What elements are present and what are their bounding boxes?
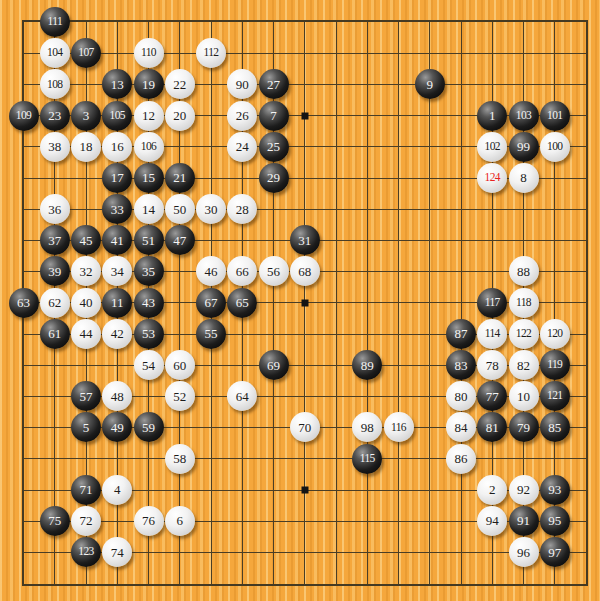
- intersection[interactable]: [258, 443, 289, 474]
- intersection[interactable]: 38: [39, 131, 70, 162]
- intersection[interactable]: 103: [508, 100, 539, 131]
- intersection[interactable]: [258, 412, 289, 443]
- intersection[interactable]: [320, 256, 351, 287]
- intersection[interactable]: [70, 194, 101, 225]
- intersection[interactable]: [195, 100, 226, 131]
- intersection[interactable]: 62: [39, 287, 70, 318]
- intersection[interactable]: [320, 349, 351, 380]
- intersection[interactable]: 117: [477, 287, 508, 318]
- intersection[interactable]: [414, 443, 445, 474]
- intersection[interactable]: 61: [39, 318, 70, 349]
- intersection[interactable]: 52: [164, 381, 195, 412]
- intersection[interactable]: 49: [102, 412, 133, 443]
- intersection[interactable]: 78: [477, 349, 508, 380]
- intersection[interactable]: [383, 225, 414, 256]
- intersection[interactable]: 77: [477, 381, 508, 412]
- intersection[interactable]: [133, 537, 164, 568]
- intersection[interactable]: [195, 131, 226, 162]
- intersection[interactable]: 7: [258, 100, 289, 131]
- intersection[interactable]: [320, 194, 351, 225]
- intersection[interactable]: [352, 131, 383, 162]
- intersection[interactable]: [8, 6, 39, 37]
- intersection[interactable]: [477, 225, 508, 256]
- intersection[interactable]: [8, 568, 39, 599]
- intersection[interactable]: [195, 505, 226, 536]
- intersection[interactable]: [570, 100, 600, 131]
- intersection[interactable]: [320, 505, 351, 536]
- intersection[interactable]: 97: [539, 537, 570, 568]
- intersection[interactable]: [414, 194, 445, 225]
- intersection[interactable]: [570, 537, 600, 568]
- intersection[interactable]: 72: [70, 505, 101, 536]
- intersection[interactable]: 118: [508, 287, 539, 318]
- intersection[interactable]: [102, 349, 133, 380]
- intersection[interactable]: [195, 412, 226, 443]
- intersection[interactable]: [289, 381, 320, 412]
- intersection[interactable]: 11: [102, 287, 133, 318]
- intersection[interactable]: 56: [258, 256, 289, 287]
- intersection[interactable]: [477, 194, 508, 225]
- intersection[interactable]: [445, 131, 476, 162]
- intersection[interactable]: 124: [477, 162, 508, 193]
- intersection[interactable]: [570, 412, 600, 443]
- intersection[interactable]: [383, 505, 414, 536]
- intersection[interactable]: 59: [133, 412, 164, 443]
- intersection[interactable]: [8, 38, 39, 69]
- intersection[interactable]: 65: [227, 287, 258, 318]
- intersection[interactable]: 18: [70, 131, 101, 162]
- intersection[interactable]: [539, 38, 570, 69]
- intersection[interactable]: [164, 474, 195, 505]
- intersection[interactable]: [477, 6, 508, 37]
- intersection[interactable]: [570, 505, 600, 536]
- intersection[interactable]: [352, 225, 383, 256]
- intersection[interactable]: 54: [133, 349, 164, 380]
- intersection[interactable]: [539, 194, 570, 225]
- intersection[interactable]: [445, 69, 476, 100]
- intersection[interactable]: [508, 443, 539, 474]
- intersection[interactable]: [539, 225, 570, 256]
- intersection[interactable]: 99: [508, 131, 539, 162]
- intersection[interactable]: 16: [102, 131, 133, 162]
- intersection[interactable]: [383, 131, 414, 162]
- intersection[interactable]: [289, 131, 320, 162]
- intersection[interactable]: [570, 349, 600, 380]
- intersection[interactable]: [289, 162, 320, 193]
- intersection[interactable]: 46: [195, 256, 226, 287]
- intersection[interactable]: [289, 505, 320, 536]
- intersection[interactable]: [195, 537, 226, 568]
- intersection[interactable]: 81: [477, 412, 508, 443]
- intersection[interactable]: [445, 225, 476, 256]
- intersection[interactable]: 69: [258, 349, 289, 380]
- intersection[interactable]: [414, 349, 445, 380]
- intersection[interactable]: [477, 443, 508, 474]
- intersection[interactable]: 21: [164, 162, 195, 193]
- intersection[interactable]: [258, 318, 289, 349]
- intersection[interactable]: [39, 443, 70, 474]
- intersection[interactable]: [8, 318, 39, 349]
- intersection[interactable]: [8, 474, 39, 505]
- intersection[interactable]: [383, 443, 414, 474]
- intersection[interactable]: 57: [70, 381, 101, 412]
- intersection[interactable]: [320, 412, 351, 443]
- intersection[interactable]: [227, 162, 258, 193]
- intersection[interactable]: [414, 162, 445, 193]
- intersection[interactable]: [570, 6, 600, 37]
- intersection[interactable]: 94: [477, 505, 508, 536]
- intersection[interactable]: [539, 568, 570, 599]
- intersection[interactable]: 45: [70, 225, 101, 256]
- intersection[interactable]: 82: [508, 349, 539, 380]
- intersection[interactable]: [164, 256, 195, 287]
- intersection[interactable]: [289, 100, 320, 131]
- intersection[interactable]: [8, 412, 39, 443]
- intersection[interactable]: [289, 6, 320, 37]
- intersection[interactable]: 121: [539, 381, 570, 412]
- intersection[interactable]: [70, 443, 101, 474]
- intersection[interactable]: [570, 69, 600, 100]
- intersection[interactable]: [383, 162, 414, 193]
- intersection[interactable]: [445, 162, 476, 193]
- intersection[interactable]: [258, 505, 289, 536]
- intersection[interactable]: [195, 568, 226, 599]
- intersection[interactable]: 70: [289, 412, 320, 443]
- intersection[interactable]: 71: [70, 474, 101, 505]
- intersection[interactable]: 26: [227, 100, 258, 131]
- intersection[interactable]: [258, 381, 289, 412]
- intersection[interactable]: [320, 443, 351, 474]
- intersection[interactable]: [320, 474, 351, 505]
- intersection[interactable]: [508, 568, 539, 599]
- intersection[interactable]: [8, 537, 39, 568]
- intersection[interactable]: 23: [39, 100, 70, 131]
- intersection[interactable]: 51: [133, 225, 164, 256]
- intersection[interactable]: [383, 537, 414, 568]
- intersection[interactable]: 67: [195, 287, 226, 318]
- intersection[interactable]: [39, 349, 70, 380]
- intersection[interactable]: [320, 225, 351, 256]
- intersection[interactable]: [320, 287, 351, 318]
- intersection[interactable]: 44: [70, 318, 101, 349]
- intersection[interactable]: 88: [508, 256, 539, 287]
- intersection[interactable]: 33: [102, 194, 133, 225]
- intersection[interactable]: 53: [133, 318, 164, 349]
- intersection[interactable]: 100: [539, 131, 570, 162]
- intersection[interactable]: [445, 505, 476, 536]
- intersection[interactable]: [195, 443, 226, 474]
- intersection[interactable]: [570, 256, 600, 287]
- intersection[interactable]: [477, 568, 508, 599]
- intersection[interactable]: [39, 162, 70, 193]
- intersection[interactable]: [445, 287, 476, 318]
- intersection[interactable]: 104: [39, 38, 70, 69]
- intersection[interactable]: 90: [227, 69, 258, 100]
- intersection[interactable]: 92: [508, 474, 539, 505]
- intersection[interactable]: 10: [508, 381, 539, 412]
- intersection[interactable]: [570, 38, 600, 69]
- intersection[interactable]: [8, 162, 39, 193]
- intersection[interactable]: 83: [445, 349, 476, 380]
- intersection[interactable]: [383, 194, 414, 225]
- intersection[interactable]: [352, 537, 383, 568]
- intersection[interactable]: [414, 537, 445, 568]
- intersection[interactable]: [8, 256, 39, 287]
- intersection[interactable]: [258, 225, 289, 256]
- intersection[interactable]: [289, 287, 320, 318]
- intersection[interactable]: [383, 568, 414, 599]
- intersection[interactable]: [258, 537, 289, 568]
- intersection[interactable]: 63: [8, 287, 39, 318]
- intersection[interactable]: [164, 318, 195, 349]
- intersection[interactable]: [258, 6, 289, 37]
- intersection[interactable]: [414, 131, 445, 162]
- intersection[interactable]: 122: [508, 318, 539, 349]
- intersection[interactable]: [227, 443, 258, 474]
- intersection[interactable]: 115: [352, 443, 383, 474]
- intersection[interactable]: 98: [352, 412, 383, 443]
- intersection[interactable]: 14: [133, 194, 164, 225]
- intersection[interactable]: [258, 474, 289, 505]
- intersection[interactable]: [352, 505, 383, 536]
- intersection[interactable]: 105: [102, 100, 133, 131]
- intersection[interactable]: 29: [258, 162, 289, 193]
- intersection[interactable]: [258, 38, 289, 69]
- intersection[interactable]: 86: [445, 443, 476, 474]
- intersection[interactable]: [320, 568, 351, 599]
- intersection[interactable]: [39, 568, 70, 599]
- intersection[interactable]: [414, 287, 445, 318]
- intersection[interactable]: 43: [133, 287, 164, 318]
- intersection[interactable]: [195, 162, 226, 193]
- intersection[interactable]: [164, 131, 195, 162]
- intersection[interactable]: 24: [227, 131, 258, 162]
- intersection[interactable]: [445, 537, 476, 568]
- intersection[interactable]: 48: [102, 381, 133, 412]
- intersection[interactable]: 109: [8, 100, 39, 131]
- intersection[interactable]: 76: [133, 505, 164, 536]
- intersection[interactable]: [39, 381, 70, 412]
- intersection[interactable]: [8, 505, 39, 536]
- intersection[interactable]: [539, 162, 570, 193]
- intersection[interactable]: [570, 131, 600, 162]
- intersection[interactable]: 28: [227, 194, 258, 225]
- intersection[interactable]: [227, 412, 258, 443]
- intersection[interactable]: 68: [289, 256, 320, 287]
- intersection[interactable]: 116: [383, 412, 414, 443]
- intersection[interactable]: [258, 287, 289, 318]
- intersection[interactable]: [195, 225, 226, 256]
- intersection[interactable]: [70, 349, 101, 380]
- intersection[interactable]: [414, 412, 445, 443]
- intersection[interactable]: 91: [508, 505, 539, 536]
- intersection[interactable]: 47: [164, 225, 195, 256]
- intersection[interactable]: [352, 287, 383, 318]
- intersection[interactable]: [383, 38, 414, 69]
- intersection[interactable]: 39: [39, 256, 70, 287]
- intersection[interactable]: [383, 100, 414, 131]
- intersection[interactable]: [445, 6, 476, 37]
- intersection[interactable]: [383, 318, 414, 349]
- go-board[interactable]: 1111041071101121081319229027910923310512…: [8, 6, 600, 599]
- intersection[interactable]: [445, 194, 476, 225]
- intersection[interactable]: [164, 38, 195, 69]
- intersection[interactable]: [320, 100, 351, 131]
- intersection[interactable]: 42: [102, 318, 133, 349]
- intersection[interactable]: [352, 256, 383, 287]
- intersection[interactable]: [39, 474, 70, 505]
- intersection[interactable]: 102: [477, 131, 508, 162]
- intersection[interactable]: [195, 349, 226, 380]
- intersection[interactable]: 22: [164, 69, 195, 100]
- intersection[interactable]: 3: [70, 100, 101, 131]
- intersection[interactable]: 106: [133, 131, 164, 162]
- intersection[interactable]: [8, 131, 39, 162]
- intersection[interactable]: [227, 568, 258, 599]
- intersection[interactable]: [39, 412, 70, 443]
- intersection[interactable]: 13: [102, 69, 133, 100]
- intersection[interactable]: [414, 474, 445, 505]
- intersection[interactable]: 19: [133, 69, 164, 100]
- intersection[interactable]: [227, 6, 258, 37]
- intersection[interactable]: [8, 194, 39, 225]
- intersection[interactable]: [70, 568, 101, 599]
- intersection[interactable]: 41: [102, 225, 133, 256]
- intersection[interactable]: [320, 6, 351, 37]
- intersection[interactable]: [320, 381, 351, 412]
- intersection[interactable]: [133, 568, 164, 599]
- intersection[interactable]: [570, 162, 600, 193]
- intersection[interactable]: [414, 505, 445, 536]
- intersection[interactable]: [570, 568, 600, 599]
- intersection[interactable]: [289, 349, 320, 380]
- intersection[interactable]: [383, 381, 414, 412]
- intersection[interactable]: 27: [258, 69, 289, 100]
- intersection[interactable]: [477, 537, 508, 568]
- intersection[interactable]: [289, 474, 320, 505]
- intersection[interactable]: [258, 194, 289, 225]
- intersection[interactable]: [414, 100, 445, 131]
- intersection[interactable]: 9: [414, 69, 445, 100]
- intersection[interactable]: [352, 381, 383, 412]
- intersection[interactable]: [227, 318, 258, 349]
- intersection[interactable]: [133, 474, 164, 505]
- intersection[interactable]: [102, 38, 133, 69]
- intersection[interactable]: [539, 256, 570, 287]
- intersection[interactable]: [383, 69, 414, 100]
- intersection[interactable]: [570, 443, 600, 474]
- intersection[interactable]: [508, 6, 539, 37]
- intersection[interactable]: 87: [445, 318, 476, 349]
- intersection[interactable]: [289, 318, 320, 349]
- intersection[interactable]: [539, 6, 570, 37]
- intersection[interactable]: 1: [477, 100, 508, 131]
- intersection[interactable]: 66: [227, 256, 258, 287]
- intersection[interactable]: [383, 349, 414, 380]
- intersection[interactable]: 5: [70, 412, 101, 443]
- intersection[interactable]: [320, 162, 351, 193]
- intersection[interactable]: [289, 537, 320, 568]
- intersection[interactable]: [289, 568, 320, 599]
- intersection[interactable]: [414, 318, 445, 349]
- intersection[interactable]: 74: [102, 537, 133, 568]
- intersection[interactable]: 119: [539, 349, 570, 380]
- intersection[interactable]: [227, 505, 258, 536]
- intersection[interactable]: [258, 568, 289, 599]
- intersection[interactable]: [414, 381, 445, 412]
- intersection[interactable]: 34: [102, 256, 133, 287]
- intersection[interactable]: 89: [352, 349, 383, 380]
- intersection[interactable]: [539, 287, 570, 318]
- intersection[interactable]: [477, 38, 508, 69]
- intersection[interactable]: [414, 568, 445, 599]
- intersection[interactable]: 64: [227, 381, 258, 412]
- intersection[interactable]: [289, 443, 320, 474]
- intersection[interactable]: 75: [39, 505, 70, 536]
- intersection[interactable]: [70, 6, 101, 37]
- intersection[interactable]: [39, 537, 70, 568]
- intersection[interactable]: [383, 6, 414, 37]
- intersection[interactable]: [570, 225, 600, 256]
- intersection[interactable]: 32: [70, 256, 101, 287]
- intersection[interactable]: [352, 38, 383, 69]
- intersection[interactable]: [133, 6, 164, 37]
- intersection[interactable]: [227, 537, 258, 568]
- intersection[interactable]: [414, 38, 445, 69]
- intersection[interactable]: [352, 162, 383, 193]
- intersection[interactable]: 79: [508, 412, 539, 443]
- intersection[interactable]: 95: [539, 505, 570, 536]
- intersection[interactable]: [164, 287, 195, 318]
- intersection[interactable]: [70, 162, 101, 193]
- intersection[interactable]: [352, 568, 383, 599]
- intersection[interactable]: 96: [508, 537, 539, 568]
- intersection[interactable]: [133, 381, 164, 412]
- intersection[interactable]: [102, 505, 133, 536]
- intersection[interactable]: [164, 412, 195, 443]
- intersection[interactable]: [570, 287, 600, 318]
- intersection[interactable]: [508, 38, 539, 69]
- intersection[interactable]: [508, 69, 539, 100]
- intersection[interactable]: 108: [39, 69, 70, 100]
- intersection[interactable]: [508, 194, 539, 225]
- intersection[interactable]: [477, 69, 508, 100]
- intersection[interactable]: [320, 537, 351, 568]
- intersection[interactable]: 110: [133, 38, 164, 69]
- intersection[interactable]: 40: [70, 287, 101, 318]
- intersection[interactable]: [8, 381, 39, 412]
- intersection[interactable]: [414, 256, 445, 287]
- intersection[interactable]: [8, 69, 39, 100]
- intersection[interactable]: [102, 568, 133, 599]
- intersection[interactable]: [445, 474, 476, 505]
- intersection[interactable]: [164, 568, 195, 599]
- intersection[interactable]: 37: [39, 225, 70, 256]
- intersection[interactable]: 36: [39, 194, 70, 225]
- intersection[interactable]: [8, 225, 39, 256]
- intersection[interactable]: 80: [445, 381, 476, 412]
- intersection[interactable]: 4: [102, 474, 133, 505]
- intersection[interactable]: [570, 194, 600, 225]
- intersection[interactable]: 58: [164, 443, 195, 474]
- intersection[interactable]: [102, 6, 133, 37]
- intersection[interactable]: 85: [539, 412, 570, 443]
- intersection[interactable]: 114: [477, 318, 508, 349]
- intersection[interactable]: [539, 69, 570, 100]
- intersection[interactable]: 31: [289, 225, 320, 256]
- intersection[interactable]: [102, 443, 133, 474]
- intersection[interactable]: [320, 131, 351, 162]
